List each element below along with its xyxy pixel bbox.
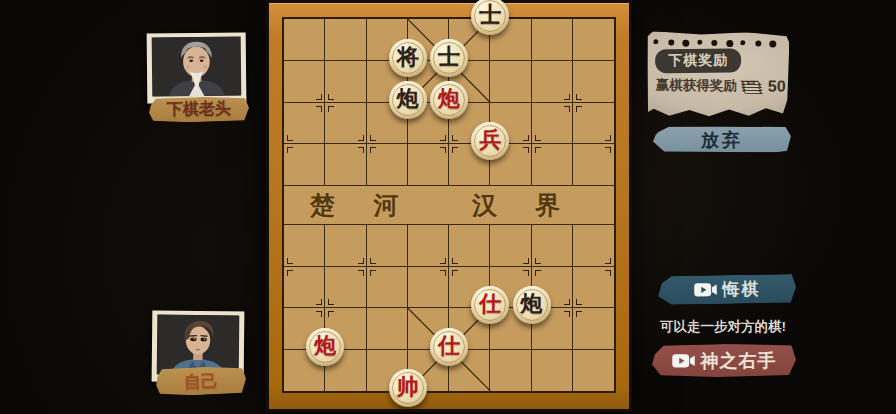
point-marker [605, 258, 611, 264]
point-marker [440, 147, 446, 153]
board-play-area[interactable]: 楚 河 汉 界 士将士炮炮兵仕炮炮仕帅 [282, 17, 616, 393]
give-up-button[interactable]: 放弃 [653, 125, 791, 153]
point-marker [287, 270, 293, 276]
point-marker [576, 299, 582, 305]
god-hand-tip: 可以走一步对方的棋! [648, 318, 798, 336]
point-marker [328, 94, 334, 100]
point-marker [370, 258, 376, 264]
god-hand-button[interactable]: 神之右手 [652, 343, 796, 377]
red-piece-炮[interactable]: 炮 [306, 328, 344, 366]
red-piece-炮[interactable]: 炮 [430, 81, 468, 119]
point-marker [328, 299, 334, 305]
point-marker [564, 299, 570, 305]
undo-move-button[interactable]: 悔棋 [658, 274, 796, 305]
punch-hole [711, 40, 717, 46]
red-piece-仕[interactable]: 仕 [430, 328, 468, 366]
point-marker [440, 258, 446, 264]
money-stack-icon [740, 78, 765, 95]
punch-hole [726, 40, 733, 47]
black-piece-将[interactable]: 将 [389, 39, 427, 77]
point-marker [564, 311, 570, 317]
point-marker [523, 147, 529, 153]
point-marker [452, 147, 458, 153]
point-marker [316, 311, 322, 317]
punch-hole [697, 40, 702, 45]
river-text-right: 汉 界 [472, 186, 572, 225]
red-piece-仕[interactable]: 仕 [471, 286, 509, 324]
point-marker [535, 270, 541, 276]
reward-title-badge: 下棋奖励 [655, 48, 741, 73]
point-marker [440, 270, 446, 276]
point-marker [523, 258, 529, 264]
red-piece-帅[interactable]: 帅 [389, 369, 427, 407]
black-piece-炮[interactable]: 炮 [389, 81, 427, 119]
undo-move-label: 悔棋 [722, 278, 760, 302]
point-marker [316, 94, 322, 100]
punch-hole [682, 40, 689, 47]
punch-hole [755, 40, 761, 46]
point-marker [452, 135, 458, 141]
point-marker [605, 270, 611, 276]
point-marker [564, 94, 570, 100]
reward-note: 下棋奖励 赢棋获得奖励 50 [647, 31, 790, 118]
point-marker [452, 258, 458, 264]
punch-hole [740, 40, 745, 45]
point-marker [452, 270, 458, 276]
point-marker [535, 258, 541, 264]
reward-description: 赢棋获得奖励 [656, 76, 737, 95]
river-text-left: 楚 河 [310, 186, 410, 225]
point-marker [523, 135, 529, 141]
black-piece-士[interactable]: 士 [430, 39, 468, 77]
punch-hole [769, 41, 776, 48]
point-marker [535, 135, 541, 141]
point-marker [287, 135, 293, 141]
point-marker [605, 147, 611, 153]
point-marker [440, 135, 446, 141]
point-marker [576, 106, 582, 112]
point-marker [358, 258, 364, 264]
point-marker [358, 147, 364, 153]
point-marker [535, 147, 541, 153]
punch-hole [668, 39, 674, 45]
point-marker [316, 299, 322, 305]
point-marker [328, 311, 334, 317]
point-marker [576, 311, 582, 317]
point-marker [328, 106, 334, 112]
video-ad-icon [693, 282, 716, 297]
point-marker [358, 135, 364, 141]
video-ad-icon [671, 353, 694, 368]
point-marker [370, 270, 376, 276]
point-marker [358, 270, 364, 276]
opponent-avatar [147, 32, 247, 103]
reward-amount: 50 [768, 78, 786, 96]
black-piece-炮[interactable]: 炮 [513, 286, 551, 324]
punch-hole [653, 39, 658, 44]
opponent-name-tag: 下棋老头 [149, 96, 249, 123]
paper-punch-holes [653, 39, 783, 48]
give-up-label: 放弃 [701, 127, 743, 151]
xiangqi-board: 楚 河 汉 界 士将士炮炮兵仕炮炮仕帅 [266, 0, 632, 412]
old-man-illustration [152, 37, 242, 97]
point-marker [370, 147, 376, 153]
point-marker [287, 258, 293, 264]
young-man-illustration [157, 315, 240, 376]
god-hand-label: 神之右手 [700, 348, 776, 373]
point-marker [370, 135, 376, 141]
point-marker [523, 270, 529, 276]
self-name-tag: 自己 [156, 366, 247, 396]
point-marker [287, 147, 293, 153]
point-marker [605, 135, 611, 141]
point-marker [576, 94, 582, 100]
point-marker [564, 106, 570, 112]
point-marker [316, 106, 322, 112]
